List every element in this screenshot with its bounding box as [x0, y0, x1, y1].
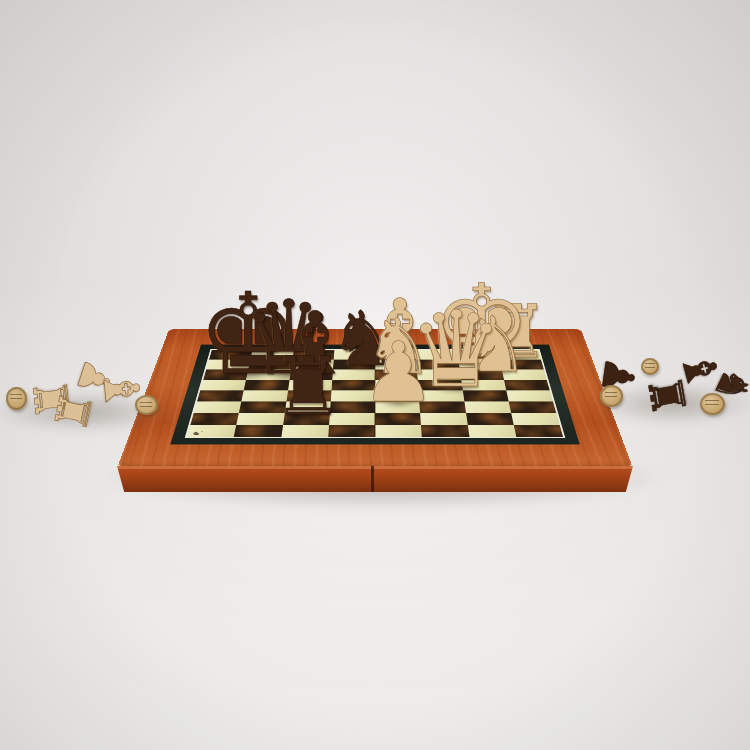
square-g3: [464, 401, 511, 412]
square-e4: [375, 390, 419, 401]
square-e7: [375, 360, 417, 370]
square-g7: [458, 360, 502, 370]
square-c7: [291, 360, 334, 370]
square-a8: [209, 350, 253, 360]
captured-piece-felt-base-right-4: [600, 385, 623, 407]
square-h4: [506, 390, 553, 401]
square-h1: [513, 425, 563, 437]
square-h5: [504, 380, 550, 391]
square-a2: [190, 413, 239, 425]
square-h8: [497, 350, 541, 360]
square-d7: [333, 360, 375, 370]
square-h2: [511, 413, 560, 425]
captured-piece-felt-base-right-5: [641, 358, 659, 375]
square-a1: ♞˙: [187, 425, 237, 437]
square-c1: [281, 425, 329, 437]
square-c6: [289, 369, 333, 379]
square-f3: [419, 401, 465, 412]
maker-stamp-icon: ♞˙: [191, 431, 203, 435]
square-b5: [244, 380, 289, 391]
square-g6: [459, 369, 503, 379]
square-g1: [467, 425, 516, 437]
square-e8: [375, 350, 416, 360]
captured-piece-felt-base-left-4: [6, 387, 27, 410]
square-a5: [200, 380, 246, 391]
square-c2: [283, 413, 330, 425]
square-a4: [197, 390, 244, 401]
captured-piece-felt-base-left-5: [135, 395, 158, 415]
square-b8: [251, 350, 294, 360]
square-h6: [502, 369, 547, 379]
square-f4: [419, 390, 464, 401]
board-inner-border: ♞˙: [170, 345, 579, 445]
square-b3: [239, 401, 286, 412]
square-g2: [466, 413, 514, 425]
square-g5: [461, 380, 506, 391]
square-h7: [499, 360, 543, 370]
square-d4: [331, 390, 375, 401]
square-f5: [418, 380, 462, 391]
square-b1: [234, 425, 283, 437]
square-a6: [203, 369, 248, 379]
square-e3: [375, 401, 420, 412]
square-d5: [331, 380, 375, 391]
square-e5: [375, 380, 419, 391]
board-grid: ♞˙: [187, 350, 563, 437]
captured-piece-felt-base-right-6: [700, 393, 725, 415]
square-d1: [328, 425, 375, 437]
chess-board: ♞˙: [117, 329, 633, 468]
square-b4: [242, 390, 288, 401]
square-c8: [292, 350, 334, 360]
square-g4: [462, 390, 508, 401]
square-b2: [237, 413, 285, 425]
square-a7: [206, 360, 250, 370]
square-d3: [330, 401, 375, 412]
square-e1: [375, 425, 422, 437]
square-f6: [417, 369, 461, 379]
square-c3: [284, 401, 330, 412]
square-f1: [421, 425, 469, 437]
square-b6: [246, 369, 290, 379]
square-f2: [420, 413, 467, 425]
square-g8: [457, 350, 500, 360]
square-f8: [416, 350, 458, 360]
board-frame: ♞˙: [117, 329, 633, 468]
square-c4: [286, 390, 331, 401]
board-hinge-seam: [371, 466, 374, 492]
square-e2: [375, 413, 421, 425]
board-boundary-line: ♞˙: [185, 349, 566, 438]
square-e6: [375, 369, 418, 379]
square-d8: [334, 350, 375, 360]
square-c5: [288, 380, 332, 391]
square-d2: [329, 413, 375, 425]
square-b7: [248, 360, 292, 370]
square-a3: [194, 401, 242, 412]
board-front-edge: [117, 466, 633, 492]
scene: ♞˙ ♚♛♝♞♜♝♞♟♛♚♞♜ ♜♟♝♜♟♜♝♞: [0, 0, 750, 750]
square-d6: [332, 369, 375, 379]
square-f7: [416, 360, 459, 370]
square-h3: [508, 401, 556, 412]
